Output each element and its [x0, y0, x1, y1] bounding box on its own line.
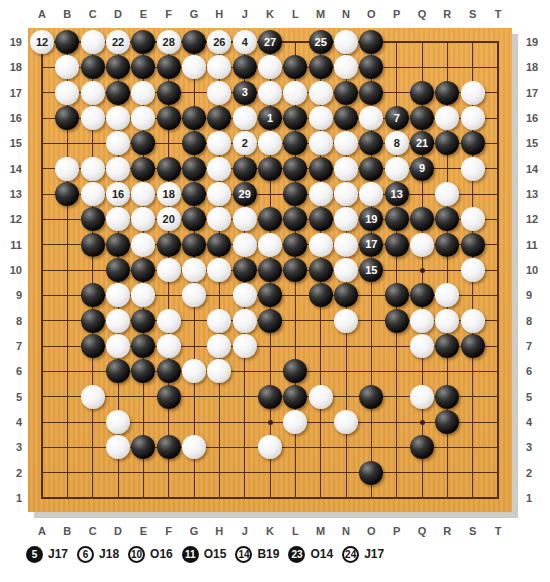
stone-white-Q11[interactable]	[410, 233, 434, 257]
stone-black-K5[interactable]	[258, 385, 282, 409]
stone-black-M14[interactable]	[309, 157, 333, 181]
stone-white-D13[interactable]: 16	[106, 182, 130, 206]
grid-line-horizontal	[41, 497, 499, 499]
stone-white-S12[interactable]	[461, 207, 485, 231]
stone-white-N4[interactable]	[334, 410, 358, 434]
stone-white-Q5[interactable]	[410, 385, 434, 409]
right-row-label: 9	[526, 288, 550, 302]
stone-black-S7[interactable]	[461, 334, 485, 358]
stone-white-J9[interactable]	[233, 283, 257, 307]
stone-black-F11[interactable]	[157, 233, 181, 257]
right-row-label: 12	[526, 212, 550, 226]
stone-white-J12[interactable]	[233, 207, 257, 231]
stone-black-C11[interactable]	[81, 233, 105, 257]
stone-white-J19[interactable]: 4	[233, 30, 257, 54]
stone-black-F5[interactable]	[157, 385, 181, 409]
left-row-label: 15	[0, 136, 22, 150]
stone-black-R17[interactable]	[435, 81, 459, 105]
stone-black-F16[interactable]	[157, 106, 181, 130]
bottom-column-label: T	[490, 524, 506, 538]
stone-white-M15[interactable]	[309, 131, 333, 155]
star-point	[268, 420, 273, 425]
move-number-label: 18	[163, 189, 175, 200]
stone-white-B14[interactable]	[55, 157, 79, 181]
move-list-caption: 5J176J1810O1611O1514B1923O1424J17	[26, 545, 550, 563]
right-row-label: 7	[526, 339, 550, 353]
stone-black-J10[interactable]	[233, 258, 257, 282]
stone-black-J14[interactable]	[233, 157, 257, 181]
stone-white-M5[interactable]	[309, 385, 333, 409]
star-point	[420, 420, 425, 425]
move-number-label: 27	[264, 37, 276, 48]
stone-white-D14[interactable]	[106, 157, 130, 181]
move-number-label: 12	[36, 37, 48, 48]
stone-black-C8[interactable]	[81, 309, 105, 333]
stone-black-C12[interactable]	[81, 207, 105, 231]
stone-black-G16[interactable]	[182, 106, 206, 130]
stone-white-G10[interactable]	[182, 258, 206, 282]
stone-black-K19[interactable]: 27	[258, 30, 282, 54]
left-row-label: 14	[0, 162, 22, 176]
stone-white-N8[interactable]	[334, 309, 358, 333]
bottom-column-label: C	[85, 524, 101, 538]
stone-black-D10[interactable]	[106, 258, 130, 282]
stone-black-P9[interactable]	[385, 283, 409, 307]
right-row-label: 16	[526, 111, 550, 125]
stone-black-S11[interactable]	[461, 233, 485, 257]
caption-move-number-white-stone-icon: 14	[235, 546, 252, 563]
bottom-column-label: K	[262, 524, 278, 538]
stone-white-F19[interactable]: 28	[157, 30, 181, 54]
stone-black-L14[interactable]	[283, 157, 307, 181]
stone-white-H17[interactable]	[207, 81, 231, 105]
stone-black-E14[interactable]	[131, 157, 155, 181]
top-column-label: J	[237, 7, 253, 21]
top-column-label: B	[59, 7, 75, 21]
stone-black-K16[interactable]: 1	[258, 106, 282, 130]
top-column-label: K	[262, 7, 278, 21]
stone-white-J16[interactable]	[233, 106, 257, 130]
bottom-column-label: Q	[414, 524, 430, 538]
bottom-column-label: H	[211, 524, 227, 538]
stone-white-K11[interactable]	[258, 233, 282, 257]
stone-black-C18[interactable]	[81, 55, 105, 79]
caption-move-number-black-stone-icon: 23	[288, 546, 305, 563]
left-row-label: 12	[0, 212, 22, 226]
stone-black-E8[interactable]	[131, 309, 155, 333]
right-row-label: 11	[526, 238, 550, 252]
top-column-label: P	[389, 7, 405, 21]
stone-white-P14[interactable]	[385, 157, 409, 181]
stone-white-M13[interactable]	[309, 182, 333, 206]
bottom-column-label: R	[439, 524, 455, 538]
stone-white-Q8[interactable]	[410, 309, 434, 333]
stone-black-O11[interactable]: 17	[359, 233, 383, 257]
move-number-label: 20	[163, 214, 175, 225]
caption-move-entry: 14B19	[235, 546, 279, 563]
stone-white-S16[interactable]	[461, 106, 485, 130]
caption-move-entry: 11O15	[182, 546, 227, 563]
stone-white-L17[interactable]	[283, 81, 307, 105]
right-row-label: 6	[526, 364, 550, 378]
bottom-column-label: N	[338, 524, 354, 538]
stone-black-M12[interactable]	[309, 207, 333, 231]
stone-black-S15[interactable]	[461, 131, 485, 155]
stone-black-D17[interactable]	[106, 81, 130, 105]
bottom-column-label: S	[465, 524, 481, 538]
stone-white-S14[interactable]	[461, 157, 485, 181]
caption-move-number-black-stone-icon: 11	[182, 546, 199, 563]
move-number-label: 25	[315, 37, 327, 48]
caption-move-coordinate: O16	[150, 547, 173, 561]
stone-white-C19[interactable]	[81, 30, 105, 54]
stone-white-N19[interactable]	[334, 30, 358, 54]
stone-black-C9[interactable]	[81, 283, 105, 307]
stone-white-F7[interactable]	[157, 334, 181, 358]
stone-white-A19[interactable]: 12	[30, 30, 54, 54]
left-row-label: 17	[0, 86, 22, 100]
stone-black-Q17[interactable]	[410, 81, 434, 105]
bottom-column-label: E	[135, 524, 151, 538]
right-row-label: 19	[526, 35, 550, 49]
left-row-label: 6	[0, 364, 22, 378]
stone-black-N17[interactable]	[334, 81, 358, 105]
stone-black-M18[interactable]	[309, 55, 333, 79]
stone-white-J7[interactable]	[233, 334, 257, 358]
move-number-label: 26	[213, 37, 225, 48]
move-number-label: 3	[242, 87, 248, 98]
top-column-label: S	[465, 7, 481, 21]
left-row-label: 19	[0, 35, 22, 49]
stone-white-C14[interactable]	[81, 157, 105, 181]
stone-white-B17[interactable]	[55, 81, 79, 105]
caption-move-coordinate: B19	[257, 547, 279, 561]
stone-white-S10[interactable]	[461, 258, 485, 282]
right-row-label: 1	[526, 491, 550, 505]
bottom-column-label: D	[110, 524, 126, 538]
right-row-label: 18	[526, 60, 550, 74]
stone-black-F6[interactable]	[157, 359, 181, 383]
top-column-label: T	[490, 7, 506, 21]
left-row-label: 8	[0, 314, 22, 328]
bottom-column-label: O	[363, 524, 379, 538]
stone-white-K17[interactable]	[258, 81, 282, 105]
stone-black-L11[interactable]	[283, 233, 307, 257]
top-column-label: G	[186, 7, 202, 21]
left-row-label: 3	[0, 440, 22, 454]
stone-black-F18[interactable]	[157, 55, 181, 79]
caption-move-entry: 10O16	[128, 546, 173, 563]
stone-black-C7[interactable]	[81, 334, 105, 358]
caption-move-coordinate: J17	[48, 547, 68, 561]
right-row-label: 3	[526, 440, 550, 454]
stone-white-P15[interactable]: 8	[385, 131, 409, 155]
stone-black-D11[interactable]	[106, 233, 130, 257]
stone-white-N11[interactable]	[334, 233, 358, 257]
caption-move-coordinate: J17	[364, 547, 384, 561]
stone-black-O17[interactable]	[359, 81, 383, 105]
bottom-column-label: A	[34, 524, 50, 538]
stone-black-H11[interactable]	[207, 233, 231, 257]
stone-black-M19[interactable]: 25	[309, 30, 333, 54]
stone-black-F3[interactable]	[157, 435, 181, 459]
stone-white-M16[interactable]	[309, 106, 333, 130]
star-point	[420, 268, 425, 273]
stone-white-N14[interactable]	[334, 157, 358, 181]
top-column-label: L	[287, 7, 303, 21]
stone-black-Q14[interactable]: 9	[410, 157, 434, 181]
move-number-label: 13	[391, 189, 403, 200]
grid-line-vertical	[497, 41, 499, 499]
stone-black-P11[interactable]	[385, 233, 409, 257]
stone-white-F10[interactable]	[157, 258, 181, 282]
stone-white-M17[interactable]	[309, 81, 333, 105]
left-row-label: 2	[0, 466, 22, 480]
stone-black-J17[interactable]: 3	[233, 81, 257, 105]
left-row-label: 13	[0, 187, 22, 201]
stone-black-P13[interactable]: 13	[385, 182, 409, 206]
stone-black-M10[interactable]	[309, 258, 333, 282]
stone-white-C5[interactable]	[81, 385, 105, 409]
stone-white-D4[interactable]	[106, 410, 130, 434]
right-row-label: 15	[526, 136, 550, 150]
left-row-label: 4	[0, 415, 22, 429]
stone-black-G19[interactable]	[182, 30, 206, 54]
move-number-label: 29	[239, 189, 251, 200]
caption-move-coordinate: O15	[204, 547, 227, 561]
top-column-label: N	[338, 7, 354, 21]
caption-move-number-white-stone-icon: 10	[128, 546, 145, 563]
stone-white-D16[interactable]	[106, 106, 130, 130]
stone-white-F13[interactable]: 18	[157, 182, 181, 206]
stone-black-P12[interactable]	[385, 207, 409, 231]
stone-white-N13[interactable]	[334, 182, 358, 206]
move-number-label: 2	[242, 138, 248, 149]
stone-black-R11[interactable]	[435, 233, 459, 257]
bottom-column-label: B	[59, 524, 75, 538]
stone-black-O5[interactable]	[359, 385, 383, 409]
stone-white-C17[interactable]	[81, 81, 105, 105]
right-row-label: 8	[526, 314, 550, 328]
stone-white-Q7[interactable]	[410, 334, 434, 358]
top-column-label: M	[313, 7, 329, 21]
stone-black-K8[interactable]	[258, 309, 282, 333]
stone-white-E11[interactable]	[131, 233, 155, 257]
stone-black-R5[interactable]	[435, 385, 459, 409]
left-row-label: 7	[0, 339, 22, 353]
caption-move-number-black-stone-icon: 5	[26, 546, 43, 563]
stone-white-S8[interactable]	[461, 309, 485, 333]
caption-move-number-white-stone-icon: 6	[77, 546, 94, 563]
caption-move-entry: 5J17	[26, 546, 68, 563]
right-row-label: 2	[526, 466, 550, 480]
stone-black-Q16[interactable]	[410, 106, 434, 130]
left-row-label: 1	[0, 491, 22, 505]
stone-black-O2[interactable]	[359, 461, 383, 485]
caption-move-entry: 6J18	[77, 546, 119, 563]
stone-black-M9[interactable]	[309, 283, 333, 307]
stone-white-D7[interactable]	[106, 334, 130, 358]
right-row-label: 14	[526, 162, 550, 176]
right-row-label: 5	[526, 390, 550, 404]
bottom-column-label: F	[161, 524, 177, 538]
stone-white-R8[interactable]	[435, 309, 459, 333]
caption-move-number-white-stone-icon: 24	[342, 546, 359, 563]
move-number-label: 21	[416, 138, 428, 149]
stone-white-F8[interactable]	[157, 309, 181, 333]
stone-black-F14[interactable]	[157, 157, 181, 181]
stone-white-S17[interactable]	[461, 81, 485, 105]
stone-black-L5[interactable]	[283, 385, 307, 409]
move-number-label: 17	[365, 239, 377, 250]
stone-white-F12[interactable]: 20	[157, 207, 181, 231]
stone-black-G14[interactable]	[182, 157, 206, 181]
left-row-label: 11	[0, 238, 22, 252]
stone-white-C13[interactable]	[81, 182, 105, 206]
caption-move-coordinate: O14	[310, 547, 333, 561]
left-row-label: 5	[0, 390, 22, 404]
top-column-label: Q	[414, 7, 430, 21]
top-column-label: H	[211, 7, 227, 21]
stone-white-M11[interactable]	[309, 233, 333, 257]
stone-black-N16[interactable]	[334, 106, 358, 130]
stone-white-N10[interactable]	[334, 258, 358, 282]
bottom-column-label: L	[287, 524, 303, 538]
left-row-label: 16	[0, 111, 22, 125]
caption-move-entry: 23O14	[288, 546, 333, 563]
left-row-label: 18	[0, 60, 22, 74]
bottom-column-label: M	[313, 524, 329, 538]
stone-white-D19[interactable]: 22	[106, 30, 130, 54]
move-number-label: 22	[112, 37, 124, 48]
stone-black-O14[interactable]	[359, 157, 383, 181]
right-row-label: 4	[526, 415, 550, 429]
right-row-label: 10	[526, 263, 550, 277]
top-column-label: C	[85, 7, 101, 21]
stone-black-J13[interactable]: 29	[233, 182, 257, 206]
stone-black-K10[interactable]	[258, 258, 282, 282]
move-number-label: 1	[267, 113, 273, 124]
move-number-label: 15	[365, 265, 377, 276]
move-number-label: 8	[394, 138, 400, 149]
move-number-label: 9	[419, 163, 425, 174]
stone-white-J8[interactable]	[233, 309, 257, 333]
stone-black-K14[interactable]	[258, 157, 282, 181]
stone-white-E17[interactable]	[131, 81, 155, 105]
go-game-diagram: AABBCCDDEEFFGGHHJJKKLLMMNNOOPPQQRRSSTT19…	[0, 0, 550, 582]
right-row-label: 13	[526, 187, 550, 201]
top-column-label: E	[135, 7, 151, 21]
stone-black-P16[interactable]: 7	[385, 106, 409, 130]
move-number-label: 7	[394, 113, 400, 124]
stone-black-J18[interactable]	[233, 55, 257, 79]
stone-white-J11[interactable]	[233, 233, 257, 257]
top-column-label: A	[34, 7, 50, 21]
stone-black-G13[interactable]	[182, 182, 206, 206]
bottom-column-label: J	[237, 524, 253, 538]
top-column-label: R	[439, 7, 455, 21]
grid-line-horizontal	[41, 472, 499, 473]
stone-black-F17[interactable]	[157, 81, 181, 105]
stone-black-G11[interactable]	[182, 233, 206, 257]
stone-white-J15[interactable]: 2	[233, 131, 257, 155]
stone-white-D8[interactable]	[106, 309, 130, 333]
stone-white-C16[interactable]	[81, 106, 105, 130]
bottom-column-label: G	[186, 524, 202, 538]
top-column-label: O	[363, 7, 379, 21]
caption-move-entry: 24J17	[342, 546, 384, 563]
move-number-label: 4	[242, 37, 248, 48]
move-number-label: 16	[112, 189, 124, 200]
move-number-label: 28	[163, 37, 175, 48]
left-row-label: 10	[0, 263, 22, 277]
top-column-label: D	[110, 7, 126, 21]
caption-move-coordinate: J18	[99, 547, 119, 561]
move-number-label: 19	[365, 214, 377, 225]
left-row-label: 9	[0, 288, 22, 302]
stone-white-H8[interactable]	[207, 309, 231, 333]
stone-black-P8[interactable]	[385, 309, 409, 333]
top-column-label: F	[161, 7, 177, 21]
right-row-label: 17	[526, 86, 550, 100]
bottom-column-label: P	[389, 524, 405, 538]
stone-white-H14[interactable]	[207, 157, 231, 181]
